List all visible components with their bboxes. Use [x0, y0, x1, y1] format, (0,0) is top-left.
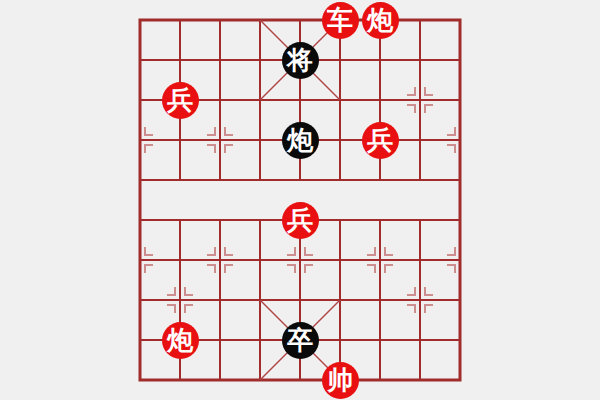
piece-red-soldier-c[interactable]: 兵 — [282, 202, 319, 239]
piece-red-soldier-a[interactable]: 兵 — [162, 82, 199, 119]
piece-red-general[interactable]: 帅 — [322, 362, 359, 399]
piece-red-cannon-left[interactable]: 炮 — [162, 322, 199, 359]
piece-grid: 车炮将兵炮兵兵炮卒帅 — [120, 0, 480, 400]
piece-black-soldier[interactable]: 卒 — [282, 322, 319, 359]
xiangqi-board: 车炮将兵炮兵兵炮卒帅 — [0, 0, 600, 400]
piece-black-cannon[interactable]: 炮 — [282, 122, 319, 159]
piece-red-soldier-b[interactable]: 兵 — [362, 122, 399, 159]
piece-red-cannon-right[interactable]: 炮 — [362, 2, 399, 39]
piece-black-general[interactable]: 将 — [282, 42, 319, 79]
piece-red-chariot[interactable]: 车 — [322, 2, 359, 39]
